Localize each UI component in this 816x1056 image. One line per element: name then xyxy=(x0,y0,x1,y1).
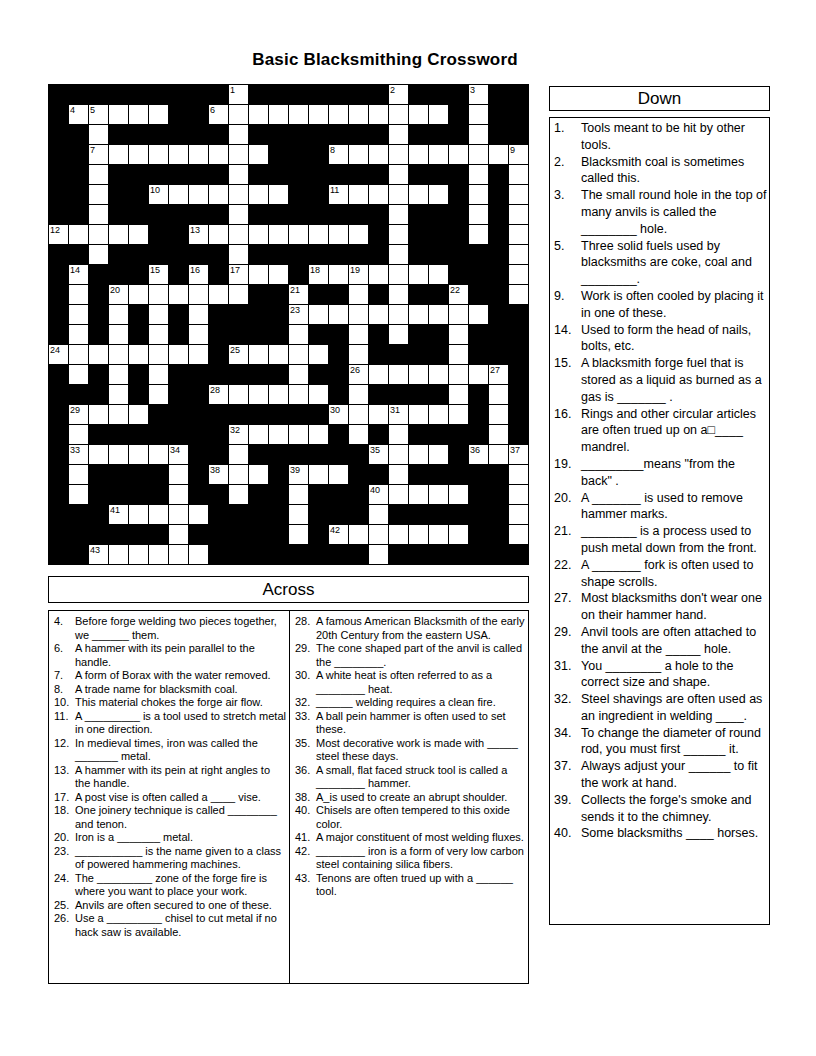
grid-cell xyxy=(229,325,249,345)
grid-cell[interactable] xyxy=(409,105,429,125)
grid-cell xyxy=(269,205,289,225)
grid-cell[interactable] xyxy=(409,185,429,205)
grid-cell[interactable] xyxy=(249,185,269,205)
grid-cell[interactable] xyxy=(489,145,509,165)
clue-text: Steel shavings are often used as an ingr… xyxy=(581,691,767,725)
grid-cell[interactable] xyxy=(509,205,529,225)
grid-cell[interactable]: 12 xyxy=(49,225,69,245)
grid-cell[interactable] xyxy=(89,165,109,185)
grid-cell[interactable] xyxy=(169,505,189,525)
grid-cell[interactable]: 38 xyxy=(209,465,229,485)
grid-cell[interactable] xyxy=(449,405,469,425)
grid-cell[interactable] xyxy=(409,405,429,425)
cell-number: 23 xyxy=(290,305,300,315)
grid-cell[interactable] xyxy=(349,145,369,165)
grid-cell[interactable] xyxy=(149,345,169,365)
grid-cell[interactable]: 35 xyxy=(369,445,389,465)
grid-cell[interactable] xyxy=(509,245,529,265)
grid-cell[interactable] xyxy=(69,285,89,305)
grid-cell[interactable]: 33 xyxy=(69,445,89,465)
grid-cell[interactable]: 3 xyxy=(469,85,489,105)
grid-cell[interactable] xyxy=(389,305,409,325)
grid-cell[interactable] xyxy=(369,265,389,285)
clue-number: 36. xyxy=(295,764,316,791)
grid-cell[interactable] xyxy=(389,145,409,165)
grid-cell[interactable] xyxy=(429,365,449,385)
grid-cell xyxy=(209,205,229,225)
grid-cell[interactable]: 23 xyxy=(289,305,309,325)
grid-cell[interactable]: 10 xyxy=(149,185,169,205)
grid-cell[interactable] xyxy=(329,305,349,325)
grid-cell xyxy=(49,485,69,505)
grid-cell[interactable]: 26 xyxy=(349,365,369,385)
grid-cell[interactable] xyxy=(109,405,129,425)
grid-cell[interactable] xyxy=(169,485,189,505)
grid-cell xyxy=(89,505,109,525)
grid-cell[interactable] xyxy=(369,105,389,125)
grid-cell[interactable] xyxy=(229,465,249,485)
grid-cell[interactable] xyxy=(469,305,489,325)
grid-cell[interactable] xyxy=(369,365,389,385)
grid-cell[interactable] xyxy=(449,305,469,325)
grid-cell[interactable] xyxy=(449,345,469,365)
grid-cell xyxy=(189,445,209,465)
grid-cell[interactable]: 43 xyxy=(89,545,109,565)
grid-cell[interactable] xyxy=(369,545,389,565)
grid-cell[interactable]: 1 xyxy=(229,85,249,105)
grid-cell[interactable] xyxy=(429,265,449,285)
grid-cell[interactable] xyxy=(429,185,449,205)
grid-cell[interactable] xyxy=(249,345,269,365)
grid-cell[interactable] xyxy=(349,525,369,545)
grid-cell[interactable] xyxy=(389,285,409,305)
grid-cell[interactable] xyxy=(149,505,169,525)
grid-cell[interactable]: 15 xyxy=(149,265,169,285)
grid-cell[interactable] xyxy=(429,305,449,325)
grid-cell[interactable] xyxy=(369,145,389,165)
grid-cell[interactable] xyxy=(469,105,489,125)
grid-cell xyxy=(89,285,109,305)
grid-cell[interactable]: 20 xyxy=(109,285,129,305)
grid-cell[interactable] xyxy=(129,285,149,305)
grid-cell[interactable] xyxy=(89,125,109,145)
grid-cell[interactable]: 22 xyxy=(449,285,469,305)
grid-cell[interactable] xyxy=(69,345,89,365)
grid-cell[interactable] xyxy=(109,145,129,165)
grid-cell[interactable] xyxy=(369,505,389,525)
grid-cell[interactable] xyxy=(469,125,489,145)
grid-cell[interactable] xyxy=(169,285,189,305)
grid-cell[interactable]: 19 xyxy=(349,265,369,285)
grid-cell[interactable]: 41 xyxy=(109,505,129,525)
grid-cell[interactable] xyxy=(449,145,469,165)
grid-cell[interactable] xyxy=(349,425,369,445)
grid-cell[interactable] xyxy=(389,105,409,125)
grid-cell[interactable] xyxy=(289,425,309,445)
grid-cell[interactable] xyxy=(389,225,409,245)
grid-cell[interactable] xyxy=(189,285,209,305)
grid-cell[interactable] xyxy=(269,425,289,445)
grid-cell[interactable] xyxy=(189,185,209,205)
grid-cell[interactable]: 16 xyxy=(189,265,209,285)
grid-cell xyxy=(49,145,69,165)
grid-cell[interactable] xyxy=(449,525,469,545)
grid-cell[interactable] xyxy=(489,445,509,465)
grid-cell[interactable] xyxy=(229,145,249,165)
grid-cell[interactable] xyxy=(389,485,409,505)
grid-cell[interactable] xyxy=(389,205,409,225)
grid-cell[interactable] xyxy=(89,185,109,205)
grid-cell[interactable] xyxy=(69,365,89,385)
grid-cell[interactable] xyxy=(449,385,469,405)
grid-cell[interactable]: 14 xyxy=(69,265,89,285)
clue-text: A blacksmith forge fuel that is stored a… xyxy=(581,355,767,405)
grid-cell[interactable] xyxy=(249,385,269,405)
grid-cell[interactable] xyxy=(369,525,389,545)
grid-cell[interactable] xyxy=(109,385,129,405)
grid-cell[interactable] xyxy=(429,145,449,165)
grid-cell[interactable] xyxy=(289,225,309,245)
grid-cell xyxy=(49,545,69,565)
grid-cell[interactable]: 7 xyxy=(89,145,109,165)
grid-cell[interactable] xyxy=(149,305,169,325)
grid-cell[interactable] xyxy=(109,445,129,465)
grid-cell[interactable] xyxy=(129,545,149,565)
grid-cell[interactable] xyxy=(409,305,429,325)
grid-cell[interactable] xyxy=(329,225,349,245)
grid-cell[interactable] xyxy=(229,225,249,245)
grid-cell[interactable] xyxy=(389,425,409,445)
grid-cell[interactable]: 4 xyxy=(69,105,89,125)
grid-cell[interactable] xyxy=(289,385,309,405)
grid-cell[interactable]: 9 xyxy=(509,145,529,165)
grid-cell[interactable] xyxy=(149,105,169,125)
grid-cell[interactable]: 29 xyxy=(69,405,89,425)
grid-cell xyxy=(309,125,329,145)
grid-cell[interactable] xyxy=(149,545,169,565)
grid-cell[interactable]: 8 xyxy=(329,145,349,165)
grid-cell[interactable] xyxy=(169,145,189,165)
grid-cell[interactable] xyxy=(309,385,329,405)
grid-cell[interactable] xyxy=(249,465,269,485)
grid-cell[interactable] xyxy=(509,225,529,245)
clue-number: 11. xyxy=(54,710,75,737)
grid-cell[interactable] xyxy=(349,345,369,365)
grid-cell[interactable] xyxy=(389,325,409,345)
grid-cell[interactable] xyxy=(289,105,309,125)
grid-cell[interactable] xyxy=(389,465,409,485)
grid-cell[interactable] xyxy=(509,285,529,305)
grid-cell[interactable] xyxy=(409,525,429,545)
grid-cell[interactable] xyxy=(469,225,489,245)
grid-cell[interactable] xyxy=(129,145,149,165)
grid-cell[interactable] xyxy=(169,545,189,565)
across-clues-right-column: 28.A famous American Blacksmith of the e… xyxy=(290,611,528,983)
grid-cell[interactable] xyxy=(89,225,109,245)
grid-cell xyxy=(269,465,289,485)
grid-cell[interactable] xyxy=(489,425,509,445)
grid-cell[interactable] xyxy=(229,185,249,205)
grid-cell[interactable] xyxy=(249,265,269,285)
grid-cell[interactable] xyxy=(309,345,329,365)
grid-cell[interactable] xyxy=(509,465,529,485)
grid-cell[interactable] xyxy=(369,405,389,425)
grid-cell[interactable] xyxy=(109,305,129,325)
grid-cell[interactable] xyxy=(349,185,369,205)
grid-cell[interactable] xyxy=(229,245,249,265)
grid-cell[interactable]: 13 xyxy=(189,225,209,245)
grid-cell[interactable] xyxy=(409,485,429,505)
grid-cell[interactable] xyxy=(229,205,249,225)
grid-cell[interactable] xyxy=(329,265,349,285)
grid-cell[interactable]: 30 xyxy=(329,405,349,425)
grid-cell[interactable] xyxy=(509,525,529,545)
grid-cell[interactable] xyxy=(89,205,109,225)
cell-number: 18 xyxy=(310,265,320,275)
grid-cell[interactable] xyxy=(229,285,249,305)
grid-cell[interactable] xyxy=(269,225,289,245)
grid-cell[interactable] xyxy=(149,285,169,305)
grid-cell[interactable] xyxy=(389,445,409,465)
grid-cell[interactable] xyxy=(429,405,449,425)
grid-cell[interactable] xyxy=(309,305,329,325)
grid-cell[interactable] xyxy=(89,245,109,265)
grid-cell[interactable] xyxy=(229,165,249,185)
grid-cell xyxy=(409,465,429,485)
grid-cell[interactable] xyxy=(469,205,489,225)
grid-cell[interactable] xyxy=(309,425,329,445)
grid-cell[interactable]: 34 xyxy=(169,445,189,465)
grid-cell[interactable]: 21 xyxy=(289,285,309,305)
grid-cell[interactable] xyxy=(169,465,189,485)
grid-cell[interactable] xyxy=(189,505,209,525)
grid-cell[interactable] xyxy=(349,325,369,345)
cell-number: 17 xyxy=(230,265,240,275)
grid-cell[interactable] xyxy=(409,445,429,465)
grid-cell xyxy=(209,445,229,465)
grid-cell[interactable] xyxy=(89,405,109,425)
grid-cell[interactable] xyxy=(129,345,149,365)
grid-cell[interactable] xyxy=(129,405,149,425)
grid-cell[interactable] xyxy=(289,485,309,505)
grid-cell[interactable]: 18 xyxy=(309,265,329,285)
grid-cell[interactable] xyxy=(509,165,529,185)
grid-cell[interactable] xyxy=(229,485,249,505)
grid-cell xyxy=(269,245,289,265)
grid-cell[interactable] xyxy=(349,225,369,245)
grid-cell[interactable] xyxy=(469,145,489,165)
grid-cell[interactable] xyxy=(229,385,249,405)
grid-cell[interactable] xyxy=(309,225,329,245)
grid-cell[interactable] xyxy=(489,405,509,425)
grid-cell[interactable] xyxy=(329,105,349,125)
grid-cell[interactable] xyxy=(249,105,269,125)
grid-cell[interactable] xyxy=(109,365,129,385)
clue-number: 9. xyxy=(554,288,581,322)
grid-cell[interactable]: 11 xyxy=(329,185,349,205)
grid-cell[interactable] xyxy=(289,325,309,345)
grid-cell[interactable]: 27 xyxy=(489,365,509,385)
grid-cell xyxy=(329,165,349,185)
grid-cell[interactable] xyxy=(369,185,389,205)
grid-cell[interactable] xyxy=(429,105,449,125)
grid-cell[interactable]: 17 xyxy=(229,265,249,285)
grid-cell[interactable] xyxy=(209,185,229,205)
grid-cell[interactable] xyxy=(509,505,529,525)
grid-cell[interactable] xyxy=(409,145,429,165)
grid-cell[interactable] xyxy=(189,145,209,165)
grid-cell[interactable] xyxy=(389,265,409,285)
grid-cell xyxy=(329,85,349,105)
grid-cell[interactable] xyxy=(89,445,109,465)
clue-item: 27.Most blacksmiths don't wear one on th… xyxy=(554,590,767,624)
grid-cell[interactable] xyxy=(129,225,149,245)
grid-cell[interactable] xyxy=(109,325,129,345)
grid-cell[interactable] xyxy=(269,385,289,405)
grid-cell[interactable] xyxy=(269,265,289,285)
grid-cell[interactable]: 31 xyxy=(389,405,409,425)
grid-cell xyxy=(129,265,149,285)
grid-cell[interactable] xyxy=(209,225,229,245)
grid-cell xyxy=(469,465,489,485)
grid-cell[interactable]: 5 xyxy=(89,105,109,125)
grid-cell[interactable] xyxy=(349,285,369,305)
grid-cell[interactable] xyxy=(389,365,409,385)
grid-cell[interactable] xyxy=(429,485,449,505)
grid-cell[interactable] xyxy=(149,445,169,465)
grid-cell[interactable] xyxy=(249,425,269,445)
grid-cell[interactable] xyxy=(149,145,169,165)
grid-cell[interactable] xyxy=(289,365,309,385)
grid-cell[interactable] xyxy=(229,125,249,145)
grid-cell[interactable] xyxy=(469,165,489,185)
grid-cell[interactable] xyxy=(89,345,109,365)
grid-cell[interactable] xyxy=(189,325,209,345)
grid-cell[interactable] xyxy=(429,525,449,545)
grid-cell[interactable] xyxy=(389,185,409,205)
grid-cell[interactable] xyxy=(189,345,209,365)
grid-cell[interactable] xyxy=(229,105,249,125)
grid-cell[interactable] xyxy=(149,325,169,345)
grid-cell[interactable] xyxy=(249,225,269,245)
grid-cell[interactable] xyxy=(69,485,89,505)
grid-cell[interactable]: 25 xyxy=(229,345,249,365)
grid-cell xyxy=(349,485,369,505)
cell-number: 39 xyxy=(290,465,300,475)
grid-cell[interactable] xyxy=(229,445,249,465)
grid-cell xyxy=(149,85,169,105)
grid-cell xyxy=(469,485,489,505)
grid-cell[interactable] xyxy=(289,345,309,365)
grid-cell[interactable] xyxy=(429,445,449,465)
grid-cell[interactable] xyxy=(129,445,149,465)
grid-cell[interactable] xyxy=(69,325,89,345)
grid-cell[interactable] xyxy=(489,385,509,405)
grid-cell xyxy=(349,125,369,145)
grid-cell[interactable] xyxy=(169,345,189,365)
grid-cell[interactable] xyxy=(349,385,369,405)
clue-number: 40. xyxy=(554,825,581,842)
grid-cell[interactable]: 2 xyxy=(389,85,409,105)
grid-cell[interactable] xyxy=(369,305,389,325)
grid-cell[interactable]: 24 xyxy=(49,345,69,365)
grid-cell[interactable] xyxy=(289,505,309,525)
grid-cell[interactable] xyxy=(69,305,89,325)
grid-cell[interactable] xyxy=(389,165,409,185)
grid-cell[interactable] xyxy=(149,365,169,385)
grid-cell xyxy=(449,505,469,525)
grid-cell[interactable] xyxy=(69,465,89,485)
grid-cell[interactable] xyxy=(349,405,369,425)
grid-cell[interactable]: 32 xyxy=(229,425,249,445)
clue-text: Collects the forge's smoke and sends it … xyxy=(581,792,767,826)
grid-cell[interactable] xyxy=(209,145,229,165)
grid-cell[interactable] xyxy=(469,365,489,385)
grid-cell[interactable] xyxy=(129,105,149,125)
grid-cell[interactable] xyxy=(69,225,89,245)
grid-cell[interactable] xyxy=(389,245,409,265)
grid-cell[interactable]: 40 xyxy=(369,485,389,505)
grid-cell[interactable] xyxy=(189,545,209,565)
grid-cell[interactable] xyxy=(209,285,229,305)
grid-cell[interactable]: 36 xyxy=(469,445,489,465)
grid-cell[interactable] xyxy=(469,185,489,205)
grid-cell xyxy=(109,165,129,185)
grid-cell[interactable] xyxy=(109,105,129,125)
grid-cell[interactable]: 42 xyxy=(329,525,349,545)
grid-cell[interactable] xyxy=(169,525,189,545)
grid-cell[interactable] xyxy=(249,145,269,165)
grid-cell[interactable]: 6 xyxy=(209,105,229,125)
grid-cell[interactable] xyxy=(409,265,429,285)
grid-cell[interactable] xyxy=(189,305,209,325)
clue-item: 29.Anvil tools are often attached to the… xyxy=(554,624,767,658)
grid-cell[interactable] xyxy=(349,305,369,325)
grid-cell[interactable]: 37 xyxy=(509,445,529,465)
grid-cell xyxy=(209,265,229,285)
grid-cell[interactable] xyxy=(109,225,129,245)
grid-cell xyxy=(189,125,209,145)
grid-cell[interactable] xyxy=(269,105,289,125)
grid-cell[interactable] xyxy=(509,485,529,505)
grid-cell[interactable]: 28 xyxy=(209,385,229,405)
clue-item: 33.A ball pein hammer is often used to s… xyxy=(295,710,526,737)
grid-cell xyxy=(269,545,289,565)
grid-cell[interactable] xyxy=(449,365,469,385)
grid-cell[interactable] xyxy=(269,185,289,205)
grid-cell[interactable] xyxy=(509,185,529,205)
grid-cell[interactable] xyxy=(449,485,469,505)
grid-cell[interactable] xyxy=(449,325,469,345)
grid-cell[interactable] xyxy=(329,465,349,485)
grid-cell[interactable] xyxy=(169,185,189,205)
grid-cell[interactable] xyxy=(149,385,169,405)
grid-cell[interactable]: 39 xyxy=(289,465,309,485)
grid-cell[interactable] xyxy=(69,425,89,445)
grid-cell[interactable] xyxy=(409,365,429,385)
grid-cell[interactable] xyxy=(349,105,369,125)
grid-cell[interactable] xyxy=(289,525,309,545)
grid-cell[interactable] xyxy=(109,345,129,365)
grid-cell[interactable] xyxy=(509,265,529,285)
grid-cell[interactable] xyxy=(389,125,409,145)
grid-cell[interactable] xyxy=(309,465,329,485)
grid-cell[interactable] xyxy=(389,525,409,545)
grid-cell[interactable] xyxy=(109,545,129,565)
grid-cell[interactable] xyxy=(129,505,149,525)
grid-cell[interactable] xyxy=(269,345,289,365)
grid-cell[interactable] xyxy=(309,105,329,125)
